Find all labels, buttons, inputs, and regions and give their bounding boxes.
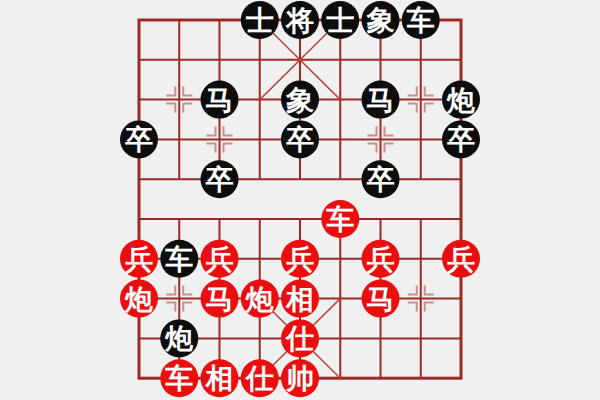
piece-glyph: 相 bbox=[285, 283, 314, 316]
piece-glyph: 相 bbox=[205, 362, 234, 395]
piece-glyph: 炮 bbox=[123, 283, 153, 316]
piece-glyph: 卒 bbox=[286, 123, 314, 156]
point-marker-corner bbox=[224, 143, 233, 152]
xiangqi-board[interactable]: 士将士象车马象马炮卒卒卒卒卒车兵车兵兵兵兵炮马炮相马炮仕车相仕帅 bbox=[0, 0, 600, 400]
red-cannon[interactable]: 炮 bbox=[241, 280, 279, 318]
point-marker-corner bbox=[425, 104, 434, 113]
black-general[interactable]: 将 bbox=[281, 1, 319, 39]
point-marker-corner bbox=[183, 286, 192, 295]
piece-glyph: 卒 bbox=[125, 123, 153, 156]
piece-glyph: 卒 bbox=[447, 123, 475, 156]
piece-glyph: 士 bbox=[326, 4, 354, 37]
piece-glyph: 卒 bbox=[367, 163, 395, 196]
black-advisor[interactable]: 士 bbox=[241, 1, 279, 39]
red-soldier[interactable]: 兵 bbox=[362, 240, 400, 278]
piece-glyph: 马 bbox=[367, 283, 395, 316]
piece-glyph: 车 bbox=[406, 4, 435, 37]
point-marker-corner bbox=[166, 286, 175, 295]
black-advisor[interactable]: 士 bbox=[321, 1, 359, 39]
piece-glyph: 帅 bbox=[285, 362, 314, 395]
red-cannon[interactable]: 炮 bbox=[120, 280, 158, 318]
point-marker-corner bbox=[368, 143, 377, 152]
black-horse[interactable]: 马 bbox=[201, 81, 239, 119]
red-soldier[interactable]: 兵 bbox=[201, 240, 239, 278]
point-marker-corner bbox=[425, 87, 434, 96]
red-elephant[interactable]: 相 bbox=[281, 280, 319, 318]
red-horse[interactable]: 马 bbox=[201, 280, 239, 318]
piece-glyph: 兵 bbox=[206, 243, 234, 276]
point-marker-corner bbox=[183, 104, 192, 113]
point-marker-corner bbox=[183, 303, 192, 312]
piece-glyph: 卒 bbox=[206, 163, 234, 196]
point-marker-corner bbox=[408, 87, 417, 96]
piece-glyph: 兵 bbox=[447, 243, 475, 276]
point-marker-corner bbox=[207, 143, 216, 152]
point-marker-corner bbox=[385, 126, 394, 135]
point-marker-corner bbox=[425, 286, 434, 295]
red-soldier[interactable]: 兵 bbox=[120, 240, 158, 278]
point-marker-corner bbox=[425, 303, 434, 312]
black-soldier[interactable]: 卒 bbox=[281, 120, 319, 158]
black-cannon[interactable]: 炮 bbox=[160, 319, 198, 357]
black-soldier[interactable]: 卒 bbox=[362, 160, 400, 198]
red-chariot[interactable]: 车 bbox=[321, 200, 359, 238]
point-marker-corner bbox=[183, 87, 192, 96]
piece-glyph: 马 bbox=[367, 84, 395, 117]
red-elephant[interactable]: 相 bbox=[201, 359, 239, 397]
point-marker-corner bbox=[166, 87, 175, 96]
piece-glyph: 马 bbox=[206, 84, 234, 117]
point-marker-corner bbox=[408, 104, 417, 113]
piece-glyph: 象 bbox=[366, 4, 395, 37]
piece-glyph: 车 bbox=[164, 362, 193, 395]
black-chariot[interactable]: 车 bbox=[402, 1, 440, 39]
piece-glyph: 兵 bbox=[125, 243, 153, 276]
black-chariot[interactable]: 车 bbox=[160, 240, 198, 278]
point-marker-corner bbox=[166, 303, 175, 312]
point-marker-corner bbox=[166, 104, 175, 113]
point-marker-corner bbox=[207, 126, 216, 135]
piece-glyph: 炮 bbox=[445, 84, 475, 117]
piece-glyph: 马 bbox=[206, 283, 234, 316]
piece-glyph: 车 bbox=[325, 203, 354, 236]
piece-glyph: 士 bbox=[246, 4, 274, 37]
piece-glyph: 炮 bbox=[244, 283, 274, 316]
red-general[interactable]: 帅 bbox=[281, 359, 319, 397]
red-advisor[interactable]: 仕 bbox=[281, 319, 319, 357]
piece-glyph: 车 bbox=[164, 243, 193, 276]
red-horse[interactable]: 马 bbox=[362, 280, 400, 318]
black-elephant[interactable]: 象 bbox=[281, 81, 319, 119]
black-cannon[interactable]: 炮 bbox=[442, 81, 480, 119]
point-marker-corner bbox=[408, 286, 417, 295]
xiangqi-app-screen: 士将士象车马象马炮卒卒卒卒卒车兵车兵兵兵兵炮马炮相马炮仕车相仕帅 bbox=[0, 0, 600, 400]
red-soldier[interactable]: 兵 bbox=[442, 240, 480, 278]
piece-glyph: 兵 bbox=[286, 243, 314, 276]
red-advisor[interactable]: 仕 bbox=[241, 359, 279, 397]
point-marker-corner bbox=[408, 303, 417, 312]
piece-glyph: 将 bbox=[285, 4, 314, 37]
point-marker-corner bbox=[224, 126, 233, 135]
piece-glyph: 仕 bbox=[244, 362, 274, 395]
black-soldier[interactable]: 卒 bbox=[442, 120, 480, 158]
black-elephant[interactable]: 象 bbox=[362, 1, 400, 39]
black-soldier[interactable]: 卒 bbox=[201, 160, 239, 198]
piece-glyph: 炮 bbox=[163, 322, 193, 355]
piece-glyph: 兵 bbox=[367, 243, 395, 276]
black-soldier[interactable]: 卒 bbox=[120, 120, 158, 158]
point-marker-corner bbox=[368, 126, 377, 135]
piece-glyph: 象 bbox=[285, 84, 314, 117]
piece-glyph: 仕 bbox=[284, 322, 314, 355]
red-chariot[interactable]: 车 bbox=[160, 359, 198, 397]
black-horse[interactable]: 马 bbox=[362, 81, 400, 119]
red-soldier[interactable]: 兵 bbox=[281, 240, 319, 278]
point-marker-corner bbox=[385, 143, 394, 152]
